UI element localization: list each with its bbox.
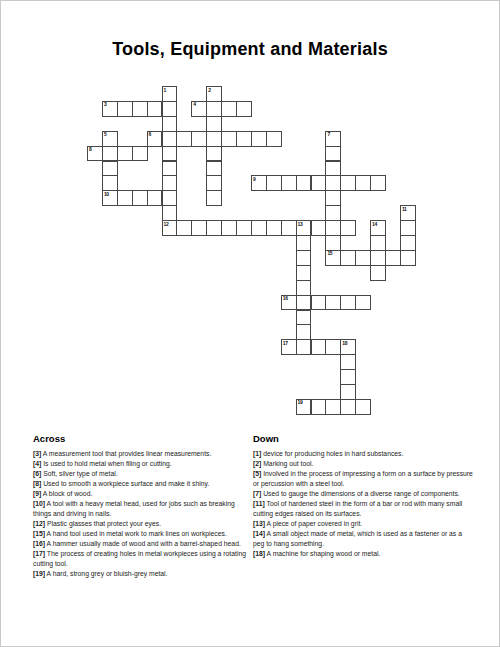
clue-number: [13] [253, 520, 265, 527]
grid-cell-r4c8[interactable] [206, 146, 222, 162]
grid-cell-r9c17[interactable] [340, 220, 356, 236]
grid-cell-r3c6[interactable] [176, 131, 192, 147]
clue-number: [1] [253, 450, 261, 457]
grid-cell-r21c18[interactable] [355, 399, 371, 415]
grid-cell-r10c14[interactable] [296, 235, 312, 251]
down-clue-list: [1] device for producing holes in hard s… [253, 449, 475, 559]
grid-cell-r9c6[interactable] [176, 220, 192, 236]
grid-cell-r6c18[interactable] [355, 175, 371, 191]
grid-cell-r6c13[interactable] [281, 175, 297, 191]
grid-cell-r14c15[interactable] [311, 295, 327, 311]
grid-cell-r3c5[interactable] [162, 131, 178, 147]
grid-cell-r3c1[interactable]: 5 [102, 131, 118, 147]
clue-number: [3] [33, 450, 41, 457]
across-clue-8: [8] Used to smooth a workpiece surface a… [33, 479, 247, 489]
grid-cell-r11c14[interactable] [296, 250, 312, 266]
across-clue-10: [10] A tool with a heavy metal head, use… [33, 499, 247, 519]
grid-cell-r1c5[interactable] [162, 101, 178, 117]
cell-number-10: 10 [104, 192, 109, 197]
cell-number-8: 8 [89, 147, 91, 152]
grid-cell-r6c8[interactable] [206, 175, 222, 191]
grid-cell-r11c19[interactable] [370, 250, 386, 266]
grid-cell-r8c16[interactable] [325, 205, 341, 221]
grid-cell-r7c5[interactable] [162, 190, 178, 206]
grid-cell-r10c21[interactable] [400, 235, 416, 251]
grid-cell-r4c1[interactable] [102, 146, 118, 162]
grid-cell-r9c5[interactable]: 12 [162, 220, 178, 236]
across-clues-section: Across [3] A measurement tool that provi… [33, 433, 247, 579]
grid-cell-r4c3[interactable] [132, 146, 148, 162]
grid-cell-r21c14[interactable]: 19 [296, 399, 312, 415]
grid-cell-r21c16[interactable] [325, 399, 341, 415]
grid-cell-r4c16[interactable] [325, 146, 341, 162]
cell-number-14: 14 [372, 222, 377, 227]
grid-cell-r0c8[interactable]: 2 [206, 86, 222, 102]
clue-number: [10] [33, 500, 45, 507]
across-clue-15: [15] A hand tool used in metal work to m… [33, 529, 247, 539]
clue-number: [19] [33, 570, 45, 577]
grid-cell-r7c2[interactable] [117, 190, 133, 206]
cell-number-11: 11 [402, 207, 407, 212]
grid-cell-r9c16[interactable] [325, 220, 341, 236]
grid-cell-r15c14[interactable] [296, 310, 312, 326]
cell-number-15: 15 [327, 251, 332, 256]
cell-number-2: 2 [208, 88, 210, 93]
grid-cell-r17c15[interactable] [311, 339, 327, 355]
clue-number: [2] [253, 460, 261, 467]
grid-cell-r3c8[interactable] [206, 131, 222, 147]
grid-cell-r10c19[interactable] [370, 235, 386, 251]
across-clue-16: [16] A hammer usually made of wood and w… [33, 539, 247, 549]
down-clue-1: [1] device for producing holes in hard s… [253, 449, 475, 459]
grid-cell-r9c9[interactable] [221, 220, 237, 236]
crossword-grid: 12345678910111213141516171819 [87, 86, 416, 415]
across-clue-9: [9] A block of wood. [33, 489, 247, 499]
down-clues-section: Down [1] device for producing holes in h… [253, 433, 475, 559]
clue-number: [18] [253, 550, 265, 557]
grid-cell-r21c15[interactable] [311, 399, 327, 415]
grid-cell-r10c16[interactable] [325, 235, 341, 251]
grid-cell-r5c1[interactable] [102, 161, 118, 177]
clue-number: [7] [253, 490, 261, 497]
down-clue-14: [14] A small object made of metal, which… [253, 529, 475, 549]
grid-cell-r19c17[interactable] [340, 369, 356, 385]
cell-number-13: 13 [298, 222, 303, 227]
grid-cell-r6c19[interactable] [370, 175, 386, 191]
grid-cell-r3c9[interactable] [221, 131, 237, 147]
grid-cell-r18c17[interactable] [340, 354, 356, 370]
grid-cell-r7c3[interactable] [132, 190, 148, 206]
down-clue-2: [2] Marking out tool. [253, 459, 475, 469]
grid-cell-r16c14[interactable] [296, 324, 312, 340]
grid-cell-r12c19[interactable] [370, 265, 386, 281]
grid-cell-r1c1[interactable]: 3 [102, 101, 118, 117]
grid-cell-r1c7[interactable]: 4 [191, 101, 207, 117]
grid-cell-r1c4[interactable] [147, 101, 163, 117]
clue-number: [6] [33, 470, 41, 477]
cell-number-4: 4 [193, 102, 195, 107]
grid-cell-r6c12[interactable] [266, 175, 282, 191]
grid-cell-r1c10[interactable] [236, 101, 252, 117]
across-clue-3: [3] A measurement tool that provides lin… [33, 449, 247, 459]
clue-number: [11] [253, 500, 265, 507]
across-clue-19: [19] A hard, strong grey or bluish-grey … [33, 569, 247, 579]
crossword-page: Tools, Equipment and Materials 123456789… [0, 0, 500, 647]
grid-cell-r17c14[interactable] [296, 339, 312, 355]
clue-number: [14] [253, 530, 265, 537]
cell-number-9: 9 [253, 177, 255, 182]
grid-cell-r1c2[interactable] [117, 101, 133, 117]
grid-cell-r11c18[interactable] [355, 250, 371, 266]
grid-cell-r3c4[interactable]: 6 [147, 131, 163, 147]
cell-number-19: 19 [298, 400, 303, 405]
grid-cell-r20c17[interactable] [340, 384, 356, 400]
cell-number-16: 16 [283, 296, 288, 301]
grid-cell-r6c14[interactable] [296, 175, 312, 191]
grid-cell-r14c17[interactable] [340, 295, 356, 311]
down-clue-18: [18] A machine for shaping wood or metal… [253, 549, 475, 559]
grid-cell-r13c14[interactable] [296, 280, 312, 296]
cell-number-18: 18 [342, 341, 347, 346]
grid-cell-r6c16[interactable] [325, 175, 341, 191]
grid-cell-r2c8[interactable] [206, 116, 222, 132]
cell-number-1: 1 [164, 88, 166, 93]
grid-cell-r4c2[interactable] [117, 146, 133, 162]
across-clue-6: [6] Soft, silver type of metal. [33, 469, 247, 479]
across-clue-17: [17] The process of creating holes in me… [33, 549, 247, 569]
grid-cell-r6c17[interactable] [340, 175, 356, 191]
grid-cell-r11c17[interactable] [340, 250, 356, 266]
down-clue-13: [13] A piece of paper covered in grit. [253, 519, 475, 529]
grid-cell-r6c5[interactable] [162, 175, 178, 191]
grid-cell-r21c17[interactable] [340, 399, 356, 415]
cell-number-5: 5 [104, 132, 106, 137]
cell-number-3: 3 [104, 102, 106, 107]
clue-number: [15] [33, 530, 45, 537]
down-clue-5: [5] Involved in the process of impressin… [253, 469, 475, 489]
across-clue-12: [12] Plastic glasses that protect your e… [33, 519, 247, 529]
grid-cell-r9c8[interactable] [206, 220, 222, 236]
grid-cell-r3c12[interactable] [266, 131, 282, 147]
grid-cell-r17c16[interactable] [325, 339, 341, 355]
grid-cell-r3c16[interactable]: 7 [325, 131, 341, 147]
grid-cell-r14c13[interactable]: 16 [281, 295, 297, 311]
grid-cell-r7c1[interactable]: 10 [102, 190, 118, 206]
grid-cell-r9c19[interactable]: 14 [370, 220, 386, 236]
grid-cell-r8c5[interactable] [162, 205, 178, 221]
grid-cell-r7c4[interactable] [147, 190, 163, 206]
grid-cell-r9c21[interactable] [400, 220, 416, 236]
grid-cell-r5c5[interactable] [162, 161, 178, 177]
grid-cell-r17c13[interactable]: 17 [281, 339, 297, 355]
clue-number: [17] [33, 550, 45, 557]
grid-cell-r14c18[interactable] [355, 295, 371, 311]
grid-cell-r4c5[interactable] [162, 146, 178, 162]
clue-number: [5] [253, 470, 261, 477]
grid-cell-r7c16[interactable] [325, 190, 341, 206]
grid-cell-r6c11[interactable]: 9 [251, 175, 267, 191]
cell-number-6: 6 [149, 132, 151, 137]
grid-cell-r9c10[interactable] [236, 220, 252, 236]
grid-cell-r6c15[interactable] [311, 175, 327, 191]
cell-number-17: 17 [283, 341, 288, 346]
grid-cell-r12c14[interactable] [296, 265, 312, 281]
across-clue-4: [4] Is used to hold metal when filing or… [33, 459, 247, 469]
clue-number: [4] [33, 460, 41, 467]
grid-cell-r3c11[interactable] [251, 131, 267, 147]
grid-cell-r14c16[interactable] [325, 295, 341, 311]
grid-cell-r9c12[interactable] [266, 220, 282, 236]
clue-number: [8] [33, 480, 41, 487]
grid-cell-r11c20[interactable] [385, 250, 401, 266]
clue-number: [9] [33, 490, 41, 497]
grid-cell-r1c3[interactable] [132, 101, 148, 117]
grid-cell-r8c21[interactable]: 11 [400, 205, 416, 221]
grid-cell-r14c14[interactable] [296, 295, 312, 311]
grid-cell-r9c15[interactable] [311, 220, 327, 236]
grid-cell-r4c0[interactable]: 8 [87, 146, 103, 162]
grid-cell-r1c9[interactable] [221, 101, 237, 117]
grid-cell-r9c14[interactable]: 13 [296, 220, 312, 236]
grid-cell-r3c7[interactable] [191, 131, 207, 147]
down-clue-7: [7] Used to gauge the dimensions of a di… [253, 489, 475, 499]
across-header: Across [33, 433, 247, 444]
cell-number-12: 12 [164, 222, 169, 227]
down-clue-11: [11] Tool of hardened steel in the form … [253, 499, 475, 519]
grid-cell-r1c8[interactable] [206, 101, 222, 117]
down-header: Down [253, 433, 475, 444]
grid-cell-r11c16[interactable]: 15 [325, 250, 341, 266]
clue-number: [12] [33, 520, 45, 527]
grid-cell-r11c21[interactable] [400, 250, 416, 266]
grid-cell-r3c10[interactable] [236, 131, 252, 147]
grid-cell-r2c5[interactable] [162, 116, 178, 132]
grid-cell-r9c11[interactable] [251, 220, 267, 236]
grid-cell-r5c8[interactable] [206, 161, 222, 177]
across-clue-list: [3] A measurement tool that provides lin… [33, 449, 247, 579]
grid-cell-r9c7[interactable] [191, 220, 207, 236]
page-title: Tools, Equipment and Materials [1, 39, 499, 60]
grid-cell-r0c5[interactable]: 1 [162, 86, 178, 102]
cell-number-7: 7 [327, 132, 329, 137]
grid-cell-r9c13[interactable] [281, 220, 297, 236]
grid-cell-r7c8[interactable] [206, 190, 222, 206]
clue-number: [16] [33, 540, 45, 547]
grid-cell-r5c16[interactable] [325, 161, 341, 177]
grid-cell-r17c17[interactable]: 18 [340, 339, 356, 355]
grid-cell-r6c1[interactable] [102, 175, 118, 191]
